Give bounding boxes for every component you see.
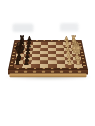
frame-ornament [29,40,31,41]
frame-ornament [83,65,86,66]
frame-ornament [36,40,38,41]
frame-ornament [43,68,45,69]
frame-ornament [83,62,86,63]
front-edge-ornament [24,71,27,73]
frame-ornament [81,52,83,53]
frame-ornament [21,40,23,41]
front-edge-ornament [78,71,81,73]
frame-ornament [80,49,82,50]
background-smudge-left [13,24,34,33]
frame-ornament [34,68,36,69]
scene: ♜♟♟♜♞♟♟♞♝♟♟♝♛♟♟♛♚♟♟♚♝♟♟♝♞♟♟♞♜♟♟♜ [0,0,95,126]
front-edge-ornament [15,71,18,73]
square-r7c7 [74,64,83,68]
background-smudge-right [60,23,79,32]
frame-ornament [12,58,15,59]
square-r7c4 [48,64,57,68]
frame-ornament [15,43,17,44]
square-r7c2 [31,64,40,68]
frame-ornament [13,52,15,53]
frame-ornament [69,68,71,69]
photo-viewport: ♜♟♟♜♞♟♟♞♝♟♟♝♛♟♟♛♚♟♟♚♝♟♟♝♞♟♟♞♜♟♟♜ [0,0,95,126]
frame-ornament [80,46,82,47]
board-bottom-rim [10,74,87,78]
square-r7c5 [57,64,66,68]
frame-ornament [82,58,85,59]
front-edge-ornament [69,71,72,73]
front-edge-ornament [60,71,63,73]
front-edge-ornament [51,71,54,73]
frame-ornament [51,40,53,41]
frame-ornament [58,40,60,41]
frame-ornament [25,68,27,69]
chess-board [8,40,88,70]
frame-ornament [65,40,67,41]
frame-ornament [73,40,75,41]
frame-ornament [77,68,79,69]
frame-ornament [10,65,13,66]
frame-ornament [81,55,84,56]
frame-ornament [60,68,62,69]
frame-ornament [14,46,16,47]
frame-ornament [14,49,16,50]
square-r7c3 [40,64,49,68]
frame-ornament [11,62,14,63]
frame-ornament [12,55,15,56]
frame-ornament [43,40,45,41]
frame-ornament [79,43,81,44]
front-edge-ornament [42,71,45,73]
frame-ornament [16,68,18,69]
board-grid [13,42,83,68]
frame-ornament [51,68,53,69]
front-edge-ornament [33,71,36,73]
